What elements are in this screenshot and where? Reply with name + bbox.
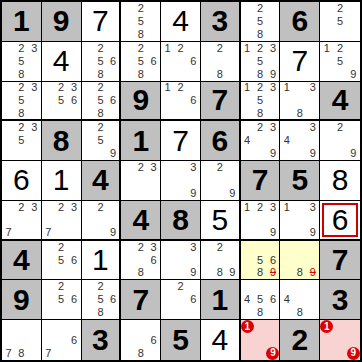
given-digit: 5 bbox=[161, 320, 200, 360]
cell-r8c5[interactable]: 26 bbox=[161, 280, 201, 320]
candidate-6: 6 bbox=[267, 293, 280, 306]
candidate-5: 5 bbox=[94, 94, 107, 107]
given-digit: 7 bbox=[241, 161, 280, 200]
given-digit: 6 bbox=[201, 121, 239, 160]
given-digit: 1 bbox=[2, 2, 41, 41]
cell-r4c2[interactable]: 8 bbox=[42, 121, 82, 161]
cell-r7c9[interactable]: 7 bbox=[320, 241, 360, 281]
cell-r4c9[interactable]: 29 bbox=[320, 121, 360, 161]
candidate-6: 6 bbox=[107, 94, 120, 107]
given-digit: 8 bbox=[42, 121, 81, 160]
candidate-2: 2 bbox=[134, 42, 147, 55]
cell-r1c3[interactable]: 7 bbox=[82, 2, 122, 42]
candidate-2: 2 bbox=[15, 42, 28, 55]
candidate-grid: 235 bbox=[2, 121, 41, 160]
cell-r8c1[interactable]: 9 bbox=[2, 280, 42, 320]
candidate-grid: 1239 bbox=[241, 201, 280, 239]
cell-r3c7[interactable]: 12358 bbox=[241, 82, 281, 122]
cell-r1c1[interactable]: 1 bbox=[2, 2, 42, 42]
candidate-5: 5 bbox=[15, 134, 28, 147]
candidate-9: 9 bbox=[347, 147, 360, 160]
circled-candidate-9: 9 bbox=[266, 347, 279, 360]
candidate-grid: 256 bbox=[42, 280, 81, 319]
cell-r1c8[interactable]: 6 bbox=[280, 2, 320, 42]
candidate-6: 6 bbox=[68, 293, 81, 306]
candidate-grid: 256 bbox=[42, 241, 81, 280]
candidate-grid: 2356 bbox=[42, 82, 81, 120]
candidate-grid: 78 bbox=[2, 320, 41, 360]
candidate-4: 4 bbox=[241, 134, 254, 147]
eliminated-candidate-9: 9 bbox=[306, 267, 319, 280]
candidate-5: 5 bbox=[55, 94, 68, 107]
cell-r9c8[interactable]: 2 bbox=[280, 320, 320, 360]
candidate-5: 5 bbox=[94, 134, 107, 147]
candidate-1: 1 bbox=[241, 201, 254, 214]
candidate-grid: 258 bbox=[241, 2, 280, 41]
candidate-5: 5 bbox=[15, 55, 28, 68]
candidate-grid: 12358 bbox=[241, 82, 280, 120]
cell-r8c9[interactable]: 3 bbox=[320, 280, 360, 320]
cell-r5c9[interactable]: 8 bbox=[320, 161, 360, 201]
candidate-grid: 139 bbox=[280, 201, 319, 239]
cell-r8c3[interactable]: 2568 bbox=[82, 280, 122, 320]
cell-r6c3[interactable]: 29 bbox=[82, 201, 122, 241]
sudoku-board: 1972584325862523584256825681262812358971… bbox=[0, 0, 362, 362]
cell-r2c8[interactable]: 7 bbox=[280, 42, 320, 82]
candidate-2: 2 bbox=[213, 241, 226, 254]
candidate-2: 2 bbox=[333, 121, 346, 134]
cell-r3c4[interactable]: 9 bbox=[121, 82, 161, 122]
cell-r2c9[interactable]: 1259 bbox=[320, 42, 360, 82]
cell-r2c5[interactable]: 126 bbox=[161, 42, 201, 82]
cell-r4c6[interactable]: 6 bbox=[201, 121, 241, 161]
candidate-5: 5 bbox=[254, 254, 267, 267]
candidate-2: 2 bbox=[94, 280, 107, 293]
candidate-9: 9 bbox=[267, 68, 280, 81]
candidate-grid: 29 bbox=[320, 121, 360, 160]
given-digit: 4 bbox=[2, 241, 41, 280]
cell-r5c2[interactable]: 1 bbox=[42, 161, 82, 201]
cell-r9c6[interactable]: 4 bbox=[201, 320, 241, 360]
candidate-2: 2 bbox=[213, 161, 226, 174]
given-digit: 3 bbox=[82, 320, 120, 360]
cell-r9c5[interactable]: 5 bbox=[161, 320, 201, 360]
candidate-2: 2 bbox=[55, 280, 68, 293]
cell-r4c1[interactable]: 235 bbox=[2, 121, 42, 161]
candidate-grid: 2358 bbox=[2, 82, 41, 120]
candidate-3: 3 bbox=[267, 121, 280, 134]
given-digit: 3 bbox=[201, 2, 239, 41]
cell-r2c2[interactable]: 4 bbox=[42, 42, 82, 82]
candidate-8: 8 bbox=[254, 28, 267, 41]
candidate-2: 2 bbox=[174, 82, 187, 95]
candidate-6: 6 bbox=[267, 254, 280, 267]
candidate-5: 5 bbox=[254, 55, 267, 68]
circled-candidate-1: 1 bbox=[241, 320, 254, 333]
candidate-9: 9 bbox=[267, 147, 280, 160]
cell-r6c7[interactable]: 1239 bbox=[241, 201, 281, 241]
candidate-6: 6 bbox=[187, 293, 200, 306]
candidate-2: 2 bbox=[134, 161, 147, 174]
candidate-3: 3 bbox=[28, 82, 41, 95]
candidate-7: 7 bbox=[42, 226, 55, 239]
candidate-grid: 2568 bbox=[82, 280, 120, 319]
cell-r8c2[interactable]: 256 bbox=[42, 280, 82, 320]
candidate-grid: 19 bbox=[241, 320, 280, 360]
solved-digit: 7 bbox=[82, 2, 120, 41]
cell-r7c1[interactable]: 4 bbox=[2, 241, 42, 281]
cell-r8c7[interactable]: 4568 bbox=[241, 280, 281, 320]
cell-r5c4[interactable]: 23 bbox=[121, 161, 161, 201]
cell-r3c3[interactable]: 2568 bbox=[82, 82, 122, 122]
solved-digit: 4 bbox=[161, 2, 200, 41]
given-digit: 9 bbox=[121, 82, 160, 120]
candidate-2: 2 bbox=[174, 280, 187, 293]
candidate-grid: 258 bbox=[121, 2, 160, 41]
solved-digit: 6 bbox=[320, 201, 360, 239]
candidate-2: 2 bbox=[15, 201, 28, 214]
candidate-grid: 4568 bbox=[241, 280, 280, 319]
candidate-grid: 2349 bbox=[241, 121, 280, 160]
candidate-grid: 39 bbox=[161, 241, 200, 280]
candidate-3: 3 bbox=[267, 42, 280, 55]
cell-r5c5[interactable]: 39 bbox=[161, 161, 201, 201]
cell-r5c1[interactable]: 6 bbox=[2, 161, 42, 201]
cell-r9c7[interactable]: 19 bbox=[241, 320, 281, 360]
candidate-grid: 126 bbox=[161, 82, 200, 120]
candidate-2: 2 bbox=[254, 2, 267, 15]
candidate-3: 3 bbox=[28, 42, 41, 55]
solved-digit: 5 bbox=[201, 201, 239, 239]
candidate-grid: 289 bbox=[201, 241, 239, 280]
candidate-8: 8 bbox=[254, 306, 267, 319]
cell-r8c4[interactable]: 7 bbox=[121, 280, 161, 320]
candidate-6: 6 bbox=[147, 254, 160, 267]
candidate-8: 8 bbox=[134, 267, 147, 280]
candidate-8: 8 bbox=[15, 107, 28, 120]
cell-r1c2[interactable]: 9 bbox=[42, 2, 82, 42]
candidate-grid: 237 bbox=[2, 201, 41, 239]
given-digit: 2 bbox=[280, 320, 319, 360]
cell-r6c1[interactable]: 237 bbox=[2, 201, 42, 241]
candidate-2: 2 bbox=[55, 201, 68, 214]
cell-r3c9[interactable]: 4 bbox=[320, 82, 360, 122]
candidate-1: 1 bbox=[241, 42, 254, 55]
given-digit: 7 bbox=[121, 280, 160, 319]
solved-digit: 1 bbox=[82, 241, 120, 280]
candidate-3: 3 bbox=[147, 241, 160, 254]
candidate-grid: 1259 bbox=[320, 42, 360, 81]
cell-r3c6[interactable]: 7 bbox=[201, 82, 241, 122]
candidate-2: 2 bbox=[254, 201, 267, 214]
candidate-8: 8 bbox=[213, 267, 226, 280]
candidate-3: 3 bbox=[147, 161, 160, 174]
candidate-1: 1 bbox=[280, 82, 293, 95]
cell-r2c7[interactable]: 123589 bbox=[241, 42, 281, 82]
candidate-6: 6 bbox=[107, 293, 120, 306]
candidate-2: 2 bbox=[94, 82, 107, 95]
cell-r7c7[interactable]: 5689 bbox=[241, 241, 281, 281]
given-digit: 9 bbox=[42, 2, 81, 41]
candidate-grid: 68 bbox=[121, 320, 160, 360]
cell-r5c3[interactable]: 4 bbox=[82, 161, 122, 201]
candidate-5: 5 bbox=[15, 94, 28, 107]
cell-r2c3[interactable]: 2568 bbox=[82, 42, 122, 82]
solved-digit: 7 bbox=[161, 121, 200, 160]
candidate-grid: 19 bbox=[320, 320, 360, 360]
candidate-grid: 48 bbox=[280, 280, 319, 319]
solved-digit: 1 bbox=[42, 161, 81, 200]
cell-r3c2[interactable]: 2356 bbox=[42, 82, 82, 122]
candidate-9: 9 bbox=[306, 226, 319, 239]
candidate-2: 2 bbox=[254, 82, 267, 95]
candidate-grid: 138 bbox=[280, 82, 319, 120]
candidate-2: 2 bbox=[254, 42, 267, 55]
cell-r1c4[interactable]: 258 bbox=[121, 2, 161, 42]
candidate-5: 5 bbox=[134, 55, 147, 68]
cell-r3c8[interactable]: 138 bbox=[280, 82, 320, 122]
cell-r1c6[interactable]: 3 bbox=[201, 2, 241, 42]
candidate-2: 2 bbox=[134, 241, 147, 254]
cell-r7c5[interactable]: 39 bbox=[161, 241, 201, 281]
cell-r2c6[interactable]: 28 bbox=[201, 42, 241, 82]
candidate-grid: 29 bbox=[201, 161, 239, 200]
candidate-8: 8 bbox=[254, 267, 267, 280]
candidate-9: 9 bbox=[226, 267, 239, 280]
candidate-2: 2 bbox=[15, 82, 28, 95]
candidate-grid: 25 bbox=[320, 2, 360, 41]
candidate-9: 9 bbox=[187, 267, 200, 280]
candidate-grid: 67 bbox=[42, 320, 81, 360]
eliminated-candidate-9: 9 bbox=[267, 267, 280, 280]
candidate-2: 2 bbox=[94, 121, 107, 134]
candidate-9: 9 bbox=[226, 187, 239, 200]
candidate-4: 4 bbox=[280, 293, 293, 306]
candidate-grid: 89 bbox=[280, 241, 319, 280]
given-digit: 4 bbox=[320, 82, 360, 120]
candidate-3: 3 bbox=[267, 201, 280, 214]
solved-digit: 8 bbox=[320, 161, 360, 200]
candidate-grid: 2568 bbox=[82, 42, 120, 81]
given-digit: 9 bbox=[2, 280, 41, 319]
candidate-5: 5 bbox=[254, 94, 267, 107]
circled-candidate-1: 1 bbox=[320, 320, 333, 333]
candidate-6: 6 bbox=[68, 94, 81, 107]
cell-r4c8[interactable]: 349 bbox=[280, 121, 320, 161]
candidate-8: 8 bbox=[254, 107, 267, 120]
candidate-grid: 29 bbox=[82, 201, 120, 239]
candidate-8: 8 bbox=[134, 28, 147, 41]
cell-r2c4[interactable]: 2568 bbox=[121, 42, 161, 82]
candidate-5: 5 bbox=[333, 15, 346, 28]
candidate-grid: 28 bbox=[201, 42, 239, 81]
cell-r7c3[interactable]: 1 bbox=[82, 241, 122, 281]
cell-r2c1[interactable]: 2358 bbox=[2, 42, 42, 82]
cell-r1c5[interactable]: 4 bbox=[161, 2, 201, 42]
candidate-4: 4 bbox=[280, 134, 293, 147]
candidate-6: 6 bbox=[187, 55, 200, 68]
solved-digit: 4 bbox=[201, 320, 239, 360]
candidate-2: 2 bbox=[55, 241, 68, 254]
candidate-6: 6 bbox=[68, 333, 81, 346]
candidate-8: 8 bbox=[134, 347, 147, 360]
candidate-8: 8 bbox=[94, 306, 107, 319]
candidate-2: 2 bbox=[55, 82, 68, 95]
cell-r6c9[interactable]: 6 bbox=[320, 201, 360, 241]
candidate-grid: 2358 bbox=[2, 42, 41, 81]
candidate-8: 8 bbox=[293, 306, 306, 319]
candidate-8: 8 bbox=[94, 68, 107, 81]
candidate-grid: 5689 bbox=[241, 241, 280, 280]
candidate-2: 2 bbox=[174, 42, 187, 55]
candidate-3: 3 bbox=[187, 241, 200, 254]
cell-r6c4[interactable]: 4 bbox=[121, 201, 161, 241]
candidate-3: 3 bbox=[187, 161, 200, 174]
candidate-2: 2 bbox=[333, 42, 346, 55]
candidate-7: 7 bbox=[2, 347, 15, 360]
cell-r9c1[interactable]: 78 bbox=[2, 320, 42, 360]
cell-r7c8[interactable]: 89 bbox=[280, 241, 320, 281]
candidate-6: 6 bbox=[187, 94, 200, 107]
cell-r7c2[interactable]: 256 bbox=[42, 241, 82, 281]
candidate-3: 3 bbox=[28, 121, 41, 134]
candidate-3: 3 bbox=[68, 201, 81, 214]
candidate-1: 1 bbox=[320, 42, 333, 55]
candidate-7: 7 bbox=[2, 226, 15, 239]
candidate-2: 2 bbox=[254, 121, 267, 134]
solved-digit: 6 bbox=[2, 161, 41, 200]
given-digit: 1 bbox=[201, 280, 239, 319]
candidate-3: 3 bbox=[306, 82, 319, 95]
given-digit: 4 bbox=[121, 201, 160, 239]
candidate-5: 5 bbox=[333, 55, 346, 68]
candidate-9: 9 bbox=[347, 68, 360, 81]
candidate-grid: 126 bbox=[161, 42, 200, 81]
candidate-5: 5 bbox=[254, 15, 267, 28]
candidate-5: 5 bbox=[254, 293, 267, 306]
solved-digit: 4 bbox=[42, 42, 81, 81]
candidate-9: 9 bbox=[187, 187, 200, 200]
candidate-5: 5 bbox=[94, 293, 107, 306]
candidate-9: 9 bbox=[107, 226, 120, 239]
given-digit: 7 bbox=[201, 82, 239, 120]
candidate-3: 3 bbox=[28, 201, 41, 214]
candidate-7: 7 bbox=[42, 347, 55, 360]
cell-r1c9[interactable]: 25 bbox=[320, 2, 360, 42]
cell-r9c9[interactable]: 19 bbox=[320, 320, 360, 360]
cell-r4c4[interactable]: 1 bbox=[121, 121, 161, 161]
candidate-2: 2 bbox=[15, 121, 28, 134]
candidate-2: 2 bbox=[213, 42, 226, 55]
cell-r3c1[interactable]: 2358 bbox=[2, 82, 42, 122]
candidate-grid: 2368 bbox=[121, 241, 160, 280]
candidate-8: 8 bbox=[293, 107, 306, 120]
candidate-grid: 39 bbox=[161, 161, 200, 200]
cell-r7c6[interactable]: 289 bbox=[201, 241, 241, 281]
cell-r4c3[interactable]: 259 bbox=[82, 121, 122, 161]
given-digit: 5 bbox=[280, 161, 319, 200]
candidate-1: 1 bbox=[280, 201, 293, 214]
candidate-2: 2 bbox=[333, 2, 346, 15]
given-digit: 8 bbox=[161, 201, 200, 239]
candidate-5: 5 bbox=[55, 254, 68, 267]
candidate-6: 6 bbox=[68, 254, 81, 267]
given-digit: 7 bbox=[320, 241, 360, 280]
candidate-8: 8 bbox=[254, 68, 267, 81]
candidate-grid: 23 bbox=[121, 161, 160, 200]
candidate-grid: 26 bbox=[161, 280, 200, 319]
cell-r6c5[interactable]: 8 bbox=[161, 201, 201, 241]
circled-candidate-9: 9 bbox=[347, 347, 360, 360]
candidate-8: 8 bbox=[213, 68, 226, 81]
candidate-2: 2 bbox=[94, 42, 107, 55]
candidate-1: 1 bbox=[241, 82, 254, 95]
cell-r9c4[interactable]: 68 bbox=[121, 320, 161, 360]
candidate-3: 3 bbox=[267, 82, 280, 95]
cell-r8c6[interactable]: 1 bbox=[201, 280, 241, 320]
candidate-5: 5 bbox=[94, 55, 107, 68]
cell-r7c4[interactable]: 2368 bbox=[121, 241, 161, 281]
candidate-8: 8 bbox=[15, 347, 28, 360]
candidate-grid: 237 bbox=[42, 201, 81, 239]
candidate-8: 8 bbox=[94, 107, 107, 120]
given-digit: 1 bbox=[121, 121, 160, 160]
candidate-9: 9 bbox=[306, 147, 319, 160]
solved-digit: 7 bbox=[280, 42, 319, 81]
cell-r3c5[interactable]: 126 bbox=[161, 82, 201, 122]
candidate-9: 9 bbox=[267, 226, 280, 239]
candidate-2: 2 bbox=[134, 2, 147, 15]
cell-r5c7[interactable]: 7 bbox=[241, 161, 281, 201]
candidate-grid: 123589 bbox=[241, 42, 280, 81]
given-digit: 3 bbox=[320, 280, 360, 319]
cell-r6c6[interactable]: 5 bbox=[201, 201, 241, 241]
candidate-5: 5 bbox=[55, 293, 68, 306]
candidate-8: 8 bbox=[15, 68, 28, 81]
cell-r5c6[interactable]: 29 bbox=[201, 161, 241, 201]
candidate-8: 8 bbox=[134, 68, 147, 81]
candidate-5: 5 bbox=[134, 15, 147, 28]
candidate-6: 6 bbox=[147, 333, 160, 346]
candidate-3: 3 bbox=[306, 121, 319, 134]
cell-r9c2[interactable]: 67 bbox=[42, 320, 82, 360]
cell-r6c8[interactable]: 139 bbox=[280, 201, 320, 241]
candidate-grid: 259 bbox=[82, 121, 120, 160]
cell-r4c5[interactable]: 7 bbox=[161, 121, 201, 161]
candidate-4: 4 bbox=[241, 293, 254, 306]
cell-r6c2[interactable]: 237 bbox=[42, 201, 82, 241]
cell-r5c8[interactable]: 5 bbox=[280, 161, 320, 201]
cell-r1c7[interactable]: 258 bbox=[241, 2, 281, 42]
candidate-3: 3 bbox=[68, 82, 81, 95]
cell-r9c3[interactable]: 3 bbox=[82, 320, 122, 360]
candidate-3: 3 bbox=[306, 201, 319, 214]
candidate-grid: 2568 bbox=[121, 42, 160, 81]
candidate-grid: 349 bbox=[280, 121, 319, 160]
given-digit: 6 bbox=[280, 2, 319, 41]
candidate-6: 6 bbox=[107, 55, 120, 68]
cell-r8c8[interactable]: 48 bbox=[280, 280, 320, 320]
candidate-grid: 2568 bbox=[82, 82, 120, 120]
candidate-8: 8 bbox=[293, 267, 306, 280]
cell-r4c7[interactable]: 2349 bbox=[241, 121, 281, 161]
candidate-9: 9 bbox=[107, 147, 120, 160]
candidate-2: 2 bbox=[94, 201, 107, 214]
given-digit: 4 bbox=[82, 161, 120, 200]
candidate-6: 6 bbox=[147, 55, 160, 68]
candidate-1: 1 bbox=[161, 42, 174, 55]
candidate-1: 1 bbox=[161, 82, 174, 95]
